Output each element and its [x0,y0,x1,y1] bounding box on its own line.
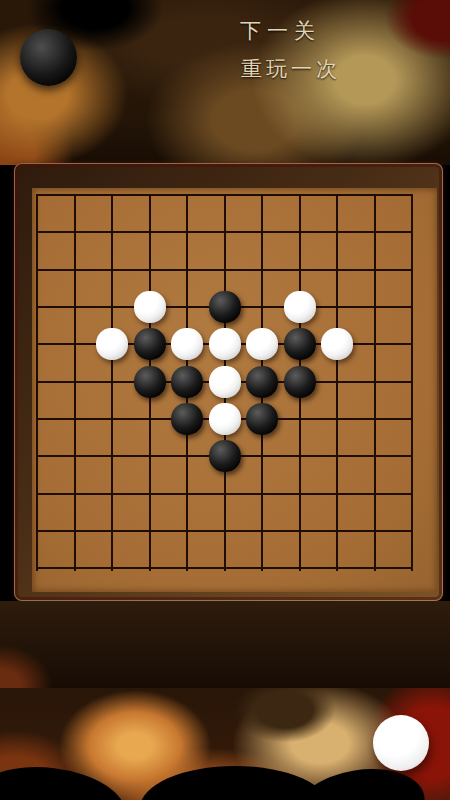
white-stone [96,328,128,360]
grid-line [336,194,338,571]
grid-line [36,493,413,495]
white-stone [321,328,353,360]
black-stone [134,328,166,360]
decor-white-stone [373,715,429,771]
white-stone [209,328,241,360]
grid-line [374,194,376,571]
white-stone [246,328,278,360]
black-stone [171,403,203,435]
board[interactable] [32,188,437,592]
black-stone [209,440,241,472]
grid-line [411,194,413,571]
white-stone [134,291,166,323]
next-level-button[interactable]: 下一关 [240,17,321,45]
black-stone [134,366,166,398]
black-stone [284,328,316,360]
white-stone [171,328,203,360]
status-area: 7 步剩余 关卡 1 颜色 白色 [0,601,450,688]
grid-line [36,530,413,532]
app-screen: 下一关 重玩一次 7 步剩余 关卡 1 颜色 白色 [0,0,450,800]
board-frame [14,163,443,601]
white-stone [209,366,241,398]
black-stone [246,403,278,435]
black-stone [171,366,203,398]
replay-button[interactable]: 重玩一次 [241,55,341,83]
black-stone [246,366,278,398]
white-stone [209,403,241,435]
grid-line [36,567,413,569]
decor-black-stone [20,29,77,86]
black-stone [209,291,241,323]
black-stone [284,366,316,398]
top-artwork [0,0,450,165]
white-stone [284,291,316,323]
